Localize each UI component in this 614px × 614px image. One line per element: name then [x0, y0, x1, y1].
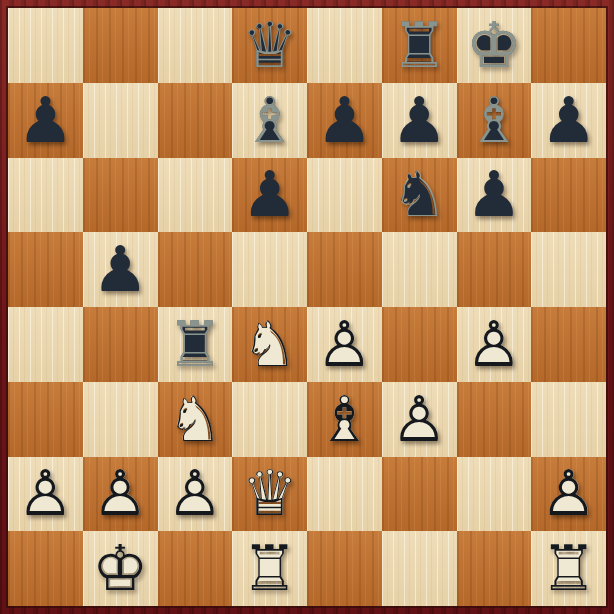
piece-white-king: ♚♔	[83, 531, 158, 606]
white-rook-outline-icon: ♖	[531, 531, 606, 606]
white-bishop-icon: ♝	[307, 382, 382, 457]
square-f6[interactable]: ♞♘	[382, 158, 457, 233]
square-e6[interactable]	[307, 158, 382, 233]
square-a1[interactable]	[8, 531, 83, 606]
white-pawn-outline-icon: ♙	[158, 457, 233, 532]
square-e7[interactable]: ♟	[307, 83, 382, 158]
square-f3[interactable]: ♟♙	[382, 382, 457, 457]
white-pawn-outline-icon: ♙	[382, 382, 457, 457]
square-e3[interactable]: ♝♗	[307, 382, 382, 457]
square-f2[interactable]	[382, 457, 457, 532]
square-c2[interactable]: ♟♙	[158, 457, 233, 532]
black-queen-icon: ♛	[232, 8, 307, 83]
piece-black-pawn: ♟	[457, 158, 532, 233]
square-b8[interactable]	[83, 8, 158, 83]
square-d6[interactable]: ♟	[232, 158, 307, 233]
square-h2[interactable]: ♟♙	[531, 457, 606, 532]
piece-white-pawn: ♟♙	[8, 457, 83, 532]
black-king-icon: ♚	[457, 8, 532, 83]
white-rook-icon: ♜	[531, 531, 606, 606]
black-rook-outline-icon: ♖	[158, 307, 233, 382]
square-b5[interactable]: ♟	[83, 232, 158, 307]
black-knight-outline-icon: ♘	[382, 158, 457, 233]
square-d2[interactable]: ♛♕	[232, 457, 307, 532]
square-a3[interactable]	[8, 382, 83, 457]
piece-black-pawn: ♟	[83, 232, 158, 307]
black-pawn-icon: ♟	[531, 83, 606, 158]
square-g7[interactable]: ♝♗	[457, 83, 532, 158]
black-bishop-icon: ♝	[232, 83, 307, 158]
white-pawn-icon: ♟	[8, 457, 83, 532]
white-bishop-outline-icon: ♗	[307, 382, 382, 457]
piece-white-pawn: ♟♙	[158, 457, 233, 532]
piece-black-rook: ♜♖	[158, 307, 233, 382]
square-f1[interactable]	[382, 531, 457, 606]
piece-white-rook: ♜♖	[232, 531, 307, 606]
black-pawn-icon: ♟	[457, 158, 532, 233]
piece-black-bishop: ♝♗	[232, 83, 307, 158]
chess-board: ♛♕♜♖♚♔♟♝♗♟♟♝♗♟♟♞♘♟♟♜♖♞♘♟♙♟♙♞♘♝♗♟♙♟♙♟♙♟♙♛…	[8, 8, 606, 606]
square-h4[interactable]	[531, 307, 606, 382]
square-d8[interactable]: ♛♕	[232, 8, 307, 83]
square-h3[interactable]	[531, 382, 606, 457]
square-c1[interactable]	[158, 531, 233, 606]
black-king-outline-icon: ♔	[457, 8, 532, 83]
black-pawn-icon: ♟	[307, 83, 382, 158]
black-pawn-icon: ♟	[382, 83, 457, 158]
white-pawn-outline-icon: ♙	[8, 457, 83, 532]
piece-black-pawn: ♟	[232, 158, 307, 233]
black-pawn-icon: ♟	[8, 83, 83, 158]
white-pawn-outline-icon: ♙	[457, 307, 532, 382]
square-a4[interactable]	[8, 307, 83, 382]
white-pawn-outline-icon: ♙	[83, 457, 158, 532]
piece-white-rook: ♜♖	[531, 531, 606, 606]
square-d3[interactable]	[232, 382, 307, 457]
piece-black-king: ♚♔	[457, 8, 532, 83]
square-d1[interactable]: ♜♖	[232, 531, 307, 606]
square-c6[interactable]	[158, 158, 233, 233]
white-pawn-icon: ♟	[531, 457, 606, 532]
square-e4[interactable]: ♟♙	[307, 307, 382, 382]
square-c7[interactable]	[158, 83, 233, 158]
piece-black-queen: ♛♕	[232, 8, 307, 83]
square-h1[interactable]: ♜♖	[531, 531, 606, 606]
white-pawn-icon: ♟	[382, 382, 457, 457]
square-c5[interactable]	[158, 232, 233, 307]
square-a8[interactable]	[8, 8, 83, 83]
white-rook-outline-icon: ♖	[232, 531, 307, 606]
square-c3[interactable]: ♞♘	[158, 382, 233, 457]
piece-black-rook: ♜♖	[382, 8, 457, 83]
piece-white-pawn: ♟♙	[83, 457, 158, 532]
black-rook-icon: ♜	[382, 8, 457, 83]
white-knight-outline-icon: ♘	[232, 307, 307, 382]
square-d5[interactable]	[232, 232, 307, 307]
square-a2[interactable]: ♟♙	[8, 457, 83, 532]
black-pawn-icon: ♟	[83, 232, 158, 307]
square-b2[interactable]: ♟♙	[83, 457, 158, 532]
white-pawn-icon: ♟	[307, 307, 382, 382]
black-pawn-icon: ♟	[232, 158, 307, 233]
square-g5[interactable]	[457, 232, 532, 307]
piece-black-pawn: ♟	[382, 83, 457, 158]
white-knight-icon: ♞	[232, 307, 307, 382]
black-bishop-icon: ♝	[457, 83, 532, 158]
square-h7[interactable]: ♟	[531, 83, 606, 158]
square-g3[interactable]	[457, 382, 532, 457]
square-c8[interactable]	[158, 8, 233, 83]
square-f4[interactable]	[382, 307, 457, 382]
white-rook-icon: ♜	[232, 531, 307, 606]
white-pawn-outline-icon: ♙	[307, 307, 382, 382]
piece-white-pawn: ♟♙	[307, 307, 382, 382]
square-b3[interactable]	[83, 382, 158, 457]
board-frame: ♛♕♜♖♚♔♟♝♗♟♟♝♗♟♟♞♘♟♟♜♖♞♘♟♙♟♙♞♘♝♗♟♙♟♙♟♙♟♙♛…	[0, 0, 614, 614]
black-queen-outline-icon: ♕	[232, 8, 307, 83]
white-pawn-icon: ♟	[158, 457, 233, 532]
square-e2[interactable]	[307, 457, 382, 532]
square-b1[interactable]: ♚♔	[83, 531, 158, 606]
white-pawn-outline-icon: ♙	[531, 457, 606, 532]
piece-white-queen: ♛♕	[232, 457, 307, 532]
piece-black-knight: ♞♘	[382, 158, 457, 233]
white-king-outline-icon: ♔	[83, 531, 158, 606]
square-b7[interactable]	[83, 83, 158, 158]
piece-white-pawn: ♟♙	[382, 382, 457, 457]
piece-black-bishop: ♝♗	[457, 83, 532, 158]
square-a5[interactable]	[8, 232, 83, 307]
black-rook-icon: ♜	[158, 307, 233, 382]
white-queen-outline-icon: ♕	[232, 457, 307, 532]
square-g8[interactable]: ♚♔	[457, 8, 532, 83]
square-e1[interactable]	[307, 531, 382, 606]
square-e8[interactable]	[307, 8, 382, 83]
square-g4[interactable]: ♟♙	[457, 307, 532, 382]
square-f5[interactable]	[382, 232, 457, 307]
white-queen-icon: ♛	[232, 457, 307, 532]
white-knight-icon: ♞	[158, 382, 233, 457]
square-a7[interactable]: ♟	[8, 83, 83, 158]
square-f7[interactable]: ♟	[382, 83, 457, 158]
square-b6[interactable]	[83, 158, 158, 233]
square-g6[interactable]: ♟	[457, 158, 532, 233]
piece-white-bishop: ♝♗	[307, 382, 382, 457]
black-knight-icon: ♞	[382, 158, 457, 233]
white-king-icon: ♚	[83, 531, 158, 606]
square-b4[interactable]	[83, 307, 158, 382]
square-g2[interactable]	[457, 457, 532, 532]
black-rook-outline-icon: ♖	[382, 8, 457, 83]
piece-white-knight: ♞♘	[158, 382, 233, 457]
square-h8[interactable]	[531, 8, 606, 83]
square-c4[interactable]: ♜♖	[158, 307, 233, 382]
black-bishop-outline-icon: ♗	[457, 83, 532, 158]
piece-black-pawn: ♟	[8, 83, 83, 158]
white-knight-outline-icon: ♘	[158, 382, 233, 457]
white-pawn-icon: ♟	[457, 307, 532, 382]
piece-black-pawn: ♟	[307, 83, 382, 158]
black-bishop-outline-icon: ♗	[232, 83, 307, 158]
square-d7[interactable]: ♝♗	[232, 83, 307, 158]
square-a6[interactable]	[8, 158, 83, 233]
square-g1[interactable]	[457, 531, 532, 606]
square-h5[interactable]	[531, 232, 606, 307]
piece-white-pawn: ♟♙	[531, 457, 606, 532]
square-d4[interactable]: ♞♘	[232, 307, 307, 382]
piece-white-knight: ♞♘	[232, 307, 307, 382]
square-h6[interactable]	[531, 158, 606, 233]
square-f8[interactable]: ♜♖	[382, 8, 457, 83]
square-e5[interactable]	[307, 232, 382, 307]
piece-black-pawn: ♟	[531, 83, 606, 158]
white-pawn-icon: ♟	[83, 457, 158, 532]
piece-white-pawn: ♟♙	[457, 307, 532, 382]
